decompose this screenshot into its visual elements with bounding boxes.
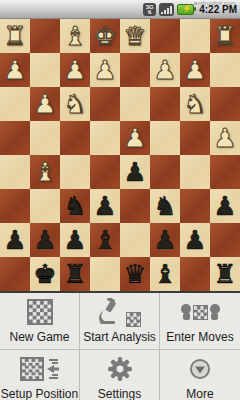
player-face-right-icon: [210, 303, 221, 321]
square-a1[interactable]: ♜: [210, 19, 240, 53]
square-g3[interactable]: ♟: [30, 87, 60, 121]
player-face-left-icon: [180, 303, 191, 321]
menu-item-label: New Game: [9, 330, 69, 344]
square-a4[interactable]: ♟: [210, 121, 240, 155]
square-e8[interactable]: [90, 257, 120, 291]
black-rook-piece: ♜: [213, 257, 236, 291]
microscope-icon: [98, 297, 141, 327]
white-rook-piece: ♜: [213, 19, 236, 53]
square-a2[interactable]: [210, 53, 240, 87]
square-h8[interactable]: [0, 257, 30, 291]
black-queen-piece: ♛: [123, 257, 146, 291]
menu-item-label: Enter Moves: [166, 330, 233, 344]
black-knight-piece: ♞: [153, 189, 176, 223]
white-pawn-piece: ♟: [33, 87, 56, 121]
square-f5[interactable]: [60, 155, 90, 189]
square-d3[interactable]: [120, 87, 150, 121]
network-3g-icon: 3G⇅: [143, 3, 156, 16]
white-bishop-piece: ♝: [33, 155, 56, 189]
square-e5[interactable]: [90, 155, 120, 189]
black-bishop-piece: ♝: [153, 257, 176, 291]
black-pawn-piece: ♟: [3, 223, 26, 257]
square-f7[interactable]: ♟: [60, 223, 90, 257]
square-a6[interactable]: ♟: [210, 189, 240, 223]
square-g6[interactable]: [30, 189, 60, 223]
two-players-icon: [180, 297, 221, 327]
square-e3[interactable]: [90, 87, 120, 121]
square-d6[interactable]: [120, 189, 150, 223]
white-knight-piece: ♞: [63, 87, 86, 121]
square-b8[interactable]: [180, 257, 210, 291]
square-c3[interactable]: [150, 87, 180, 121]
square-h7[interactable]: ♟: [0, 223, 30, 257]
square-c1[interactable]: [150, 19, 180, 53]
chess-board: ♜♝♚♛♜♟♟♟♟♟♟♞♞♟♟♝♟♞♟♞♟♟♟♟♝♟♟♚♜♛♝♜: [0, 19, 240, 291]
black-pawn-piece: ♟: [33, 223, 56, 257]
square-f2[interactable]: ♟: [60, 53, 90, 87]
status-bar: androidpit.com 3G⇅ ⚡ 4:22 PM: [0, 0, 240, 19]
white-knight-piece: ♞: [183, 87, 206, 121]
square-c8[interactable]: ♝: [150, 257, 180, 291]
square-e7[interactable]: ♝: [90, 223, 120, 257]
square-g5[interactable]: ♝: [30, 155, 60, 189]
white-pawn-piece: ♟: [123, 121, 146, 155]
white-pawn-piece: ♟: [3, 53, 26, 87]
square-f8[interactable]: ♜: [60, 257, 90, 291]
menu-item-start-analysis[interactable]: Start Analysis: [80, 293, 160, 350]
square-d5[interactable]: ♟: [120, 155, 150, 189]
square-d8[interactable]: ♛: [120, 257, 150, 291]
options-menu: New Game Start Analysis: [0, 291, 240, 400]
square-c5[interactable]: [150, 155, 180, 189]
black-pawn-piece: ♟: [183, 223, 206, 257]
phone-screen: androidpit.com 3G⇅ ⚡ 4:22 PM ♜♝♚♛♜♟♟♟♟♟♟…: [0, 0, 240, 400]
square-f1[interactable]: ♝: [60, 19, 90, 53]
square-d4[interactable]: ♟: [120, 121, 150, 155]
black-bishop-piece: ♝: [93, 223, 116, 257]
white-pawn-piece: ♟: [63, 53, 86, 87]
square-a8[interactable]: ♜: [210, 257, 240, 291]
menu-item-label: Start Analysis: [83, 330, 156, 344]
square-b1[interactable]: [180, 19, 210, 53]
square-h6[interactable]: [0, 189, 30, 223]
square-c4[interactable]: [150, 121, 180, 155]
square-e2[interactable]: ♟: [90, 53, 120, 87]
square-f6[interactable]: ♞: [60, 189, 90, 223]
square-h4[interactable]: [0, 121, 30, 155]
black-rook-piece: ♜: [63, 257, 86, 291]
square-b6[interactable]: [180, 189, 210, 223]
square-e6[interactable]: ♟: [90, 189, 120, 223]
square-h3[interactable]: [0, 87, 30, 121]
square-b3[interactable]: ♞: [180, 87, 210, 121]
square-g7[interactable]: ♟: [30, 223, 60, 257]
square-h2[interactable]: ♟: [0, 53, 30, 87]
more-circle-icon: [188, 354, 212, 384]
square-a5[interactable]: [210, 155, 240, 189]
white-bishop-piece: ♝: [63, 19, 86, 53]
charging-bolt-icon: ⚡: [182, 5, 192, 13]
square-g8[interactable]: ♚: [30, 257, 60, 291]
white-queen-piece: ♛: [123, 19, 146, 53]
mini-board-icon: [193, 305, 208, 320]
white-rook-piece: ♜: [3, 19, 26, 53]
square-a3[interactable]: [210, 87, 240, 121]
square-a7[interactable]: [210, 223, 240, 257]
white-king-piece: ♚: [93, 19, 116, 53]
square-g2[interactable]: [30, 53, 60, 87]
battery-icon: ⚡: [177, 4, 194, 15]
square-b2[interactable]: ♟: [180, 53, 210, 87]
signal-strength-icon: [159, 3, 174, 16]
square-f3[interactable]: ♞: [60, 87, 90, 121]
menu-item-settings[interactable]: Settings: [80, 350, 160, 400]
menu-item-enter-moves[interactable]: Enter Moves: [160, 293, 240, 350]
square-b7[interactable]: ♟: [180, 223, 210, 257]
black-pawn-piece: ♟: [153, 223, 176, 257]
square-h5[interactable]: [0, 155, 30, 189]
checkerboard-icon: [20, 357, 44, 381]
gear-icon: [107, 354, 133, 384]
menu-item-label: Setup Position: [1, 387, 78, 400]
square-e1[interactable]: ♚: [90, 19, 120, 53]
black-pawn-piece: ♟: [213, 189, 236, 223]
square-c7[interactable]: ♟: [150, 223, 180, 257]
black-pawn-piece: ♟: [123, 155, 146, 189]
menu-item-setup-position[interactable]: Setup Position: [0, 350, 80, 400]
white-pawn-piece: ♟: [93, 53, 116, 87]
watermark: androidpit.com: [194, 0, 236, 6]
square-g1[interactable]: [30, 19, 60, 53]
black-pawn-piece: ♟: [63, 223, 86, 257]
white-pawn-piece: ♟: [153, 53, 176, 87]
square-b4[interactable]: [180, 121, 210, 155]
menu-item-new-game[interactable]: New Game: [0, 293, 80, 350]
square-b5[interactable]: [180, 155, 210, 189]
black-knight-piece: ♞: [63, 189, 86, 223]
square-c6[interactable]: ♞: [150, 189, 180, 223]
square-c2[interactable]: ♟: [150, 53, 180, 87]
square-e4[interactable]: [90, 121, 120, 155]
square-d2[interactable]: [120, 53, 150, 87]
square-f4[interactable]: [60, 121, 90, 155]
square-d1[interactable]: ♛: [120, 19, 150, 53]
checkerboard-icon: [27, 299, 53, 325]
mini-board-icon: [126, 312, 141, 327]
square-h1[interactable]: ♜: [0, 19, 30, 53]
arrow-left-icon: [46, 358, 60, 380]
menu-item-label: Settings: [98, 387, 141, 400]
black-king-piece: ♚: [33, 257, 56, 291]
menu-item-label: More: [186, 387, 213, 400]
setup-board-icon: [20, 354, 60, 384]
menu-item-more[interactable]: More: [160, 350, 240, 400]
white-pawn-piece: ♟: [183, 53, 206, 87]
white-pawn-piece: ♟: [213, 121, 236, 155]
square-d7[interactable]: [120, 223, 150, 257]
square-g4[interactable]: [30, 121, 60, 155]
black-pawn-piece: ♟: [93, 189, 116, 223]
